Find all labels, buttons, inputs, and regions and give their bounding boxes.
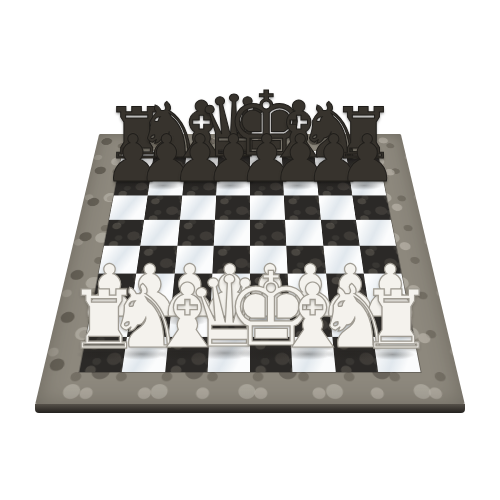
square-f8 bbox=[282, 151, 316, 172]
square-f1 bbox=[291, 337, 335, 372]
square-b5 bbox=[141, 220, 180, 246]
square-h3 bbox=[364, 274, 408, 304]
square-d1 bbox=[207, 337, 250, 372]
square-f5 bbox=[285, 220, 323, 246]
square-d3 bbox=[211, 274, 250, 304]
square-c5 bbox=[177, 220, 215, 246]
square-e4 bbox=[250, 246, 288, 274]
square-c8 bbox=[184, 151, 218, 172]
square-c6 bbox=[180, 195, 216, 219]
square-e6 bbox=[250, 195, 285, 219]
square-h6 bbox=[352, 195, 391, 219]
square-g8 bbox=[314, 151, 349, 172]
square-a3 bbox=[93, 274, 137, 304]
square-d7 bbox=[216, 172, 250, 195]
board-front-edge bbox=[35, 404, 465, 413]
square-c2 bbox=[168, 304, 211, 337]
board-scene bbox=[35, 0, 465, 405]
square-g1 bbox=[332, 337, 378, 372]
square-a5 bbox=[104, 220, 144, 246]
square-d2 bbox=[209, 304, 250, 337]
square-a1 bbox=[79, 337, 127, 372]
square-g6 bbox=[318, 195, 356, 219]
square-a6 bbox=[109, 195, 148, 219]
product-photo: ♜♞♝♛♚♝♞♜♟♟♟♟♟♟♟♟♟♟♟♟♟♟♟♟♜♞♝♛♚♝♞♜ bbox=[0, 0, 500, 500]
square-a8 bbox=[118, 151, 154, 172]
square-h2 bbox=[368, 304, 414, 337]
square-b7 bbox=[148, 172, 184, 195]
square-d4 bbox=[212, 246, 250, 274]
square-g3 bbox=[326, 274, 368, 304]
square-c4 bbox=[174, 246, 213, 274]
square-f2 bbox=[289, 304, 332, 337]
board-grid bbox=[79, 151, 420, 372]
square-h7 bbox=[349, 172, 386, 195]
square-f7 bbox=[283, 172, 318, 195]
square-h8 bbox=[346, 151, 382, 172]
square-g2 bbox=[329, 304, 373, 337]
square-d8 bbox=[217, 151, 250, 172]
square-b4 bbox=[136, 246, 177, 274]
square-a7 bbox=[114, 172, 151, 195]
square-d5 bbox=[214, 220, 250, 246]
square-f4 bbox=[286, 246, 325, 274]
square-g7 bbox=[316, 172, 352, 195]
square-e7 bbox=[250, 172, 284, 195]
square-d6 bbox=[215, 195, 250, 219]
square-b6 bbox=[144, 195, 182, 219]
square-a4 bbox=[99, 246, 141, 274]
square-h1 bbox=[373, 337, 421, 372]
square-g4 bbox=[323, 246, 364, 274]
square-h5 bbox=[356, 220, 396, 246]
square-c7 bbox=[182, 172, 217, 195]
square-c3 bbox=[171, 274, 212, 304]
chess-board bbox=[35, 134, 465, 405]
square-g5 bbox=[320, 220, 359, 246]
square-b1 bbox=[122, 337, 168, 372]
square-e5 bbox=[250, 220, 286, 246]
square-e3 bbox=[250, 274, 289, 304]
square-e1 bbox=[250, 337, 293, 372]
square-c1 bbox=[165, 337, 209, 372]
square-b8 bbox=[151, 151, 186, 172]
square-b2 bbox=[127, 304, 171, 337]
square-e2 bbox=[250, 304, 291, 337]
square-e8 bbox=[250, 151, 283, 172]
square-b3 bbox=[132, 274, 174, 304]
square-f3 bbox=[288, 274, 329, 304]
square-h4 bbox=[359, 246, 401, 274]
square-f6 bbox=[284, 195, 320, 219]
square-a2 bbox=[86, 304, 132, 337]
